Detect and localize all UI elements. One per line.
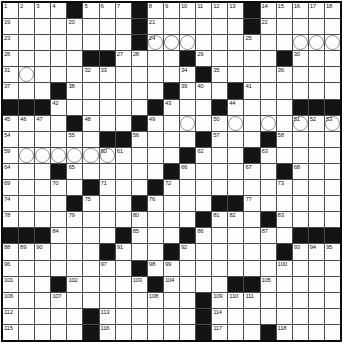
cell[interactable]: 36	[277, 67, 292, 82]
cell[interactable]	[51, 67, 66, 82]
cell[interactable]	[83, 261, 98, 276]
cell[interactable]: 12	[212, 3, 227, 18]
cell[interactable]	[325, 293, 340, 308]
cell[interactable]	[83, 35, 98, 50]
cell[interactable]	[309, 35, 324, 50]
cell[interactable]	[35, 35, 50, 50]
cell[interactable]: 25	[244, 35, 259, 50]
cell[interactable]: 13	[228, 3, 243, 18]
cell[interactable]: 92	[180, 244, 195, 259]
cell[interactable]: 37	[3, 83, 18, 98]
cell[interactable]	[293, 180, 308, 195]
cell[interactable]	[277, 196, 292, 211]
cell[interactable]	[180, 35, 195, 50]
cell[interactable]	[180, 212, 195, 227]
cell[interactable]	[293, 309, 308, 324]
cell[interactable]	[261, 244, 276, 259]
cell[interactable]	[67, 35, 82, 50]
cell[interactable]: 115	[3, 325, 18, 340]
cell[interactable]	[325, 180, 340, 195]
cell[interactable]	[51, 196, 66, 211]
cell[interactable]: 22	[261, 19, 276, 34]
cell[interactable]	[35, 83, 50, 98]
cell[interactable]	[309, 148, 324, 163]
cell[interactable]	[51, 148, 66, 163]
cell[interactable]: 113	[100, 309, 115, 324]
cell[interactable]	[196, 100, 211, 115]
cell[interactable]: 88	[3, 244, 18, 259]
cell[interactable]	[325, 212, 340, 227]
cell[interactable]: 97	[100, 261, 115, 276]
cell[interactable]	[277, 100, 292, 115]
cell[interactable]	[116, 19, 131, 34]
cell[interactable]	[19, 132, 34, 147]
cell[interactable]	[116, 180, 131, 195]
cell[interactable]: 73	[277, 180, 292, 195]
cell[interactable]	[293, 293, 308, 308]
cell[interactable]: 109	[212, 293, 227, 308]
cell[interactable]	[196, 180, 211, 195]
cell[interactable]: 23	[3, 35, 18, 50]
cell[interactable]	[116, 100, 131, 115]
cell[interactable]	[212, 83, 227, 98]
cell[interactable]	[261, 293, 276, 308]
cell[interactable]: 79	[67, 212, 82, 227]
cell[interactable]	[212, 261, 227, 276]
cell[interactable]	[67, 293, 82, 308]
cell[interactable]	[51, 51, 66, 66]
cell[interactable]	[148, 325, 163, 340]
cell[interactable]	[35, 148, 50, 163]
cell[interactable]	[261, 116, 276, 131]
cell[interactable]	[116, 35, 131, 50]
cell[interactable]	[180, 196, 195, 211]
cell[interactable]	[116, 196, 131, 211]
cell[interactable]	[212, 244, 227, 259]
cell[interactable]	[164, 309, 179, 324]
cell[interactable]: 89	[19, 244, 34, 259]
cell[interactable]	[180, 293, 195, 308]
cell[interactable]: 90	[35, 244, 50, 259]
cell[interactable]	[325, 261, 340, 276]
cell[interactable]	[148, 132, 163, 147]
cell[interactable]	[180, 277, 195, 292]
cell[interactable]	[277, 228, 292, 243]
cell[interactable]	[212, 277, 227, 292]
cell[interactable]	[100, 293, 115, 308]
cell[interactable]	[35, 196, 50, 211]
cell[interactable]	[261, 196, 276, 211]
cell[interactable]	[196, 35, 211, 50]
cell[interactable]: 112	[3, 309, 18, 324]
cell[interactable]: 62	[196, 148, 211, 163]
cell[interactable]	[244, 51, 259, 66]
cell[interactable]: 70	[51, 180, 66, 195]
cell[interactable]	[116, 277, 131, 292]
cell[interactable]: 98	[148, 261, 163, 276]
cell[interactable]	[51, 244, 66, 259]
cell[interactable]	[244, 261, 259, 276]
cell[interactable]	[116, 325, 131, 340]
cell[interactable]	[132, 309, 147, 324]
cell[interactable]	[293, 35, 308, 50]
cell[interactable]	[132, 67, 147, 82]
cell[interactable]	[309, 180, 324, 195]
cell[interactable]	[325, 35, 340, 50]
cell[interactable]: 28	[132, 51, 147, 66]
cell[interactable]	[148, 164, 163, 179]
cell[interactable]: 77	[244, 196, 259, 211]
cell[interactable]	[228, 35, 243, 50]
cell[interactable]	[325, 83, 340, 98]
cell[interactable]: 21	[148, 19, 163, 34]
cell[interactable]: 50	[212, 116, 227, 131]
cell[interactable]: 101	[3, 277, 18, 292]
cell[interactable]	[325, 325, 340, 340]
cell[interactable]	[19, 51, 34, 66]
cell[interactable]	[19, 67, 34, 82]
cell[interactable]	[196, 244, 211, 259]
cell[interactable]: 6	[100, 3, 115, 18]
cell[interactable]	[164, 51, 179, 66]
cell[interactable]	[83, 83, 98, 98]
cell[interactable]	[196, 261, 211, 276]
cell[interactable]: 65	[67, 164, 82, 179]
cell[interactable]: 9	[164, 3, 179, 18]
cell[interactable]	[51, 261, 66, 276]
cell[interactable]	[164, 148, 179, 163]
cell[interactable]: 39	[180, 83, 195, 98]
cell[interactable]	[132, 100, 147, 115]
cell[interactable]	[35, 132, 50, 147]
cell[interactable]	[100, 35, 115, 50]
cell[interactable]	[164, 132, 179, 147]
cell[interactable]: 64	[3, 164, 18, 179]
cell[interactable]: 63	[261, 148, 276, 163]
cell[interactable]: 41	[244, 83, 259, 98]
cell[interactable]	[132, 164, 147, 179]
cell[interactable]	[309, 67, 324, 82]
cell[interactable]	[35, 212, 50, 227]
cell[interactable]	[116, 164, 131, 179]
cell[interactable]	[196, 164, 211, 179]
cell[interactable]	[67, 148, 82, 163]
cell[interactable]	[148, 309, 163, 324]
cell[interactable]	[116, 67, 131, 82]
cell[interactable]: 108	[148, 293, 163, 308]
cell[interactable]: 32	[83, 67, 98, 82]
cell[interactable]	[261, 51, 276, 66]
cell[interactable]: 38	[67, 83, 82, 98]
cell[interactable]: 71	[100, 180, 115, 195]
cell[interactable]: 27	[116, 51, 131, 66]
cell[interactable]	[148, 228, 163, 243]
cell[interactable]	[100, 164, 115, 179]
cell[interactable]	[196, 116, 211, 131]
cell[interactable]	[228, 132, 243, 147]
cell[interactable]: 5	[83, 3, 98, 18]
cell[interactable]: 114	[212, 309, 227, 324]
cell[interactable]	[164, 196, 179, 211]
cell[interactable]	[132, 83, 147, 98]
cell[interactable]	[244, 180, 259, 195]
cell[interactable]: 7	[116, 3, 131, 18]
cell[interactable]	[309, 19, 324, 34]
cell[interactable]	[100, 277, 115, 292]
cell[interactable]: 56	[132, 132, 147, 147]
cell[interactable]	[83, 277, 98, 292]
cell[interactable]	[277, 35, 292, 50]
cell[interactable]	[83, 148, 98, 163]
cell[interactable]	[277, 116, 292, 131]
cell[interactable]: 44	[228, 100, 243, 115]
cell[interactable]: 30	[293, 51, 308, 66]
cell[interactable]	[132, 325, 147, 340]
cell[interactable]	[309, 164, 324, 179]
cell[interactable]: 15	[277, 3, 292, 18]
cell[interactable]	[180, 180, 195, 195]
cell[interactable]	[244, 67, 259, 82]
cell[interactable]: 82	[228, 212, 243, 227]
cell[interactable]	[164, 19, 179, 34]
cell[interactable]	[228, 148, 243, 163]
cell[interactable]	[19, 164, 34, 179]
cell[interactable]	[196, 19, 211, 34]
cell[interactable]	[309, 325, 324, 340]
cell[interactable]	[51, 325, 66, 340]
cell[interactable]	[51, 212, 66, 227]
cell[interactable]	[212, 19, 227, 34]
cell[interactable]	[100, 212, 115, 227]
cell[interactable]: 52	[309, 116, 324, 131]
cell[interactable]	[164, 325, 179, 340]
cell[interactable]	[148, 212, 163, 227]
cell[interactable]	[19, 293, 34, 308]
cell[interactable]: 3	[35, 3, 50, 18]
cell[interactable]: 68	[293, 164, 308, 179]
cell[interactable]	[19, 309, 34, 324]
cell[interactable]	[83, 228, 98, 243]
cell[interactable]	[51, 35, 66, 50]
cell[interactable]	[325, 67, 340, 82]
cell[interactable]: 91	[116, 244, 131, 259]
cell[interactable]: 51	[293, 116, 308, 131]
cell[interactable]: 85	[132, 228, 147, 243]
cell[interactable]	[277, 277, 292, 292]
cell[interactable]: 16	[293, 3, 308, 18]
cell[interactable]	[196, 196, 211, 211]
cell[interactable]	[228, 51, 243, 66]
cell[interactable]	[19, 148, 34, 163]
cell[interactable]	[244, 212, 259, 227]
cell[interactable]	[325, 148, 340, 163]
cell[interactable]	[116, 212, 131, 227]
cell[interactable]: 34	[180, 67, 195, 82]
cell[interactable]	[293, 67, 308, 82]
cell[interactable]	[67, 261, 82, 276]
cell[interactable]	[277, 309, 292, 324]
cell[interactable]: 58	[277, 132, 292, 147]
cell[interactable]	[35, 293, 50, 308]
cell[interactable]: 14	[261, 3, 276, 18]
cell[interactable]: 102	[67, 277, 82, 292]
cell[interactable]	[277, 19, 292, 34]
cell[interactable]: 2	[19, 3, 34, 18]
cell[interactable]	[309, 196, 324, 211]
cell[interactable]	[164, 35, 179, 50]
cell[interactable]	[261, 261, 276, 276]
cell[interactable]: 86	[196, 228, 211, 243]
cell[interactable]	[51, 116, 66, 131]
cell[interactable]: 10	[180, 3, 195, 18]
cell[interactable]	[228, 228, 243, 243]
cell[interactable]	[293, 212, 308, 227]
cell[interactable]	[83, 293, 98, 308]
cell[interactable]	[277, 293, 292, 308]
cell[interactable]	[212, 164, 227, 179]
cell[interactable]: 96	[3, 261, 18, 276]
cell[interactable]	[83, 100, 98, 115]
cell[interactable]	[35, 309, 50, 324]
cell[interactable]	[180, 261, 195, 276]
cell[interactable]	[212, 180, 227, 195]
cell[interactable]: 17	[309, 3, 324, 18]
cell[interactable]	[67, 244, 82, 259]
cell[interactable]: 11	[196, 3, 211, 18]
cell[interactable]	[309, 212, 324, 227]
cell[interactable]	[261, 164, 276, 179]
cell[interactable]: 93	[293, 244, 308, 259]
cell[interactable]	[212, 35, 227, 50]
cell[interactable]	[164, 293, 179, 308]
cell[interactable]	[244, 116, 259, 131]
cell[interactable]	[309, 277, 324, 292]
cell[interactable]	[244, 309, 259, 324]
cell[interactable]	[35, 325, 50, 340]
cell[interactable]	[51, 132, 66, 147]
cell[interactable]: 46	[19, 116, 34, 131]
cell[interactable]	[35, 164, 50, 179]
cell[interactable]	[67, 228, 82, 243]
cell[interactable]	[132, 244, 147, 259]
cell[interactable]	[19, 277, 34, 292]
cell[interactable]	[164, 228, 179, 243]
cell[interactable]	[261, 83, 276, 98]
cell[interactable]: 4	[51, 3, 66, 18]
cell[interactable]: 118	[277, 325, 292, 340]
cell[interactable]	[180, 100, 195, 115]
cell[interactable]: 100	[277, 261, 292, 276]
cell[interactable]	[19, 83, 34, 98]
cell[interactable]	[325, 164, 340, 179]
cell[interactable]: 74	[3, 196, 18, 211]
cell[interactable]: 59	[3, 148, 18, 163]
cell[interactable]: 110	[228, 293, 243, 308]
cell[interactable]	[309, 51, 324, 66]
cell[interactable]: 24	[148, 35, 163, 50]
cell[interactable]	[148, 51, 163, 66]
cell[interactable]	[309, 293, 324, 308]
cell[interactable]	[148, 67, 163, 82]
cell[interactable]	[67, 100, 82, 115]
cell[interactable]	[19, 35, 34, 50]
cell[interactable]	[100, 83, 115, 98]
cell[interactable]	[164, 67, 179, 82]
cell[interactable]	[244, 132, 259, 147]
cell[interactable]	[180, 19, 195, 34]
cell[interactable]	[293, 277, 308, 292]
cell[interactable]: 31	[3, 67, 18, 82]
cell[interactable]: 43	[164, 100, 179, 115]
cell[interactable]	[277, 83, 292, 98]
cell[interactable]: 66	[180, 164, 195, 179]
cell[interactable]	[116, 261, 131, 276]
cell[interactable]: 1	[3, 3, 18, 18]
cell[interactable]	[325, 51, 340, 66]
cell[interactable]: 54	[3, 132, 18, 147]
cell[interactable]	[212, 148, 227, 163]
cell[interactable]	[309, 261, 324, 276]
cell[interactable]	[261, 100, 276, 115]
cell[interactable]	[67, 67, 82, 82]
cell[interactable]: 81	[212, 212, 227, 227]
cell[interactable]	[19, 196, 34, 211]
cell[interactable]	[309, 309, 324, 324]
cell[interactable]	[51, 309, 66, 324]
cell[interactable]	[83, 19, 98, 34]
cell[interactable]	[293, 19, 308, 34]
cell[interactable]	[19, 212, 34, 227]
cell[interactable]: 47	[35, 116, 50, 131]
cell[interactable]	[100, 19, 115, 34]
cell[interactable]	[19, 19, 34, 34]
cell[interactable]: 116	[100, 325, 115, 340]
cell[interactable]: 78	[3, 212, 18, 227]
cell[interactable]	[116, 309, 131, 324]
cell[interactable]	[244, 325, 259, 340]
cell[interactable]	[19, 325, 34, 340]
cell[interactable]: 76	[148, 196, 163, 211]
cell[interactable]	[244, 228, 259, 243]
cell[interactable]: 18	[325, 3, 340, 18]
cell[interactable]: 95	[325, 244, 340, 259]
cell[interactable]	[228, 164, 243, 179]
cell[interactable]	[67, 325, 82, 340]
cell[interactable]: 53	[325, 116, 340, 131]
cell[interactable]	[309, 132, 324, 147]
cell[interactable]	[19, 180, 34, 195]
cell[interactable]	[325, 277, 340, 292]
cell[interactable]: 20	[67, 19, 82, 34]
cell[interactable]: 94	[309, 244, 324, 259]
cell[interactable]: 106	[3, 293, 18, 308]
cell[interactable]: 60	[100, 148, 115, 163]
cell[interactable]	[325, 309, 340, 324]
cell[interactable]	[35, 180, 50, 195]
cell[interactable]	[293, 148, 308, 163]
cell[interactable]: 61	[116, 148, 131, 163]
cell[interactable]: 83	[277, 212, 292, 227]
cell[interactable]	[67, 309, 82, 324]
cell[interactable]: 80	[132, 212, 147, 227]
cell[interactable]	[51, 19, 66, 34]
cell[interactable]	[212, 228, 227, 243]
cell[interactable]	[100, 196, 115, 211]
cell[interactable]	[228, 325, 243, 340]
cell[interactable]	[261, 67, 276, 82]
cell[interactable]	[83, 132, 98, 147]
cell[interactable]	[148, 148, 163, 163]
